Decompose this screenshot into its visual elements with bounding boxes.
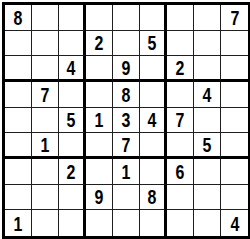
given-digit: 7: [176, 109, 185, 130]
cell-r3c3[interactable]: 4: [59, 56, 86, 82]
given-digit: 2: [67, 161, 76, 182]
cell-r1c9[interactable]: 7: [221, 5, 248, 31]
given-digit: 8: [14, 7, 23, 28]
cell-r5c7[interactable]: 7: [167, 108, 194, 134]
cell-r4c1[interactable]: [5, 82, 32, 108]
cell-r5c9[interactable]: [221, 108, 248, 134]
given-digit: 2: [176, 57, 185, 78]
cell-r2c3[interactable]: [59, 31, 86, 57]
cell-r8c2[interactable]: [32, 185, 59, 211]
cell-r7c3[interactable]: 2: [59, 159, 86, 185]
cell-r4c3[interactable]: [59, 82, 86, 108]
cell-r9c1[interactable]: 1: [5, 210, 32, 236]
cell-r8c3[interactable]: [59, 185, 86, 211]
cell-r1c8[interactable]: [194, 5, 221, 31]
cell-r9c5[interactable]: [113, 210, 140, 236]
cell-r7c5[interactable]: 1: [113, 159, 140, 185]
cell-r7c6[interactable]: [140, 159, 167, 185]
cell-r2c9[interactable]: [221, 31, 248, 57]
cell-r1c2[interactable]: [32, 5, 59, 31]
cell-r7c8[interactable]: [194, 159, 221, 185]
cell-r9c6[interactable]: [140, 210, 167, 236]
cell-r2c7[interactable]: [167, 31, 194, 57]
cell-r8c1[interactable]: [5, 185, 32, 211]
cell-r4c2[interactable]: 7: [32, 82, 59, 108]
cell-r2c1[interactable]: [5, 31, 32, 57]
cell-r7c4[interactable]: [86, 159, 113, 185]
cell-r3c7[interactable]: 2: [167, 56, 194, 82]
cell-r2c6[interactable]: 5: [140, 31, 167, 57]
cell-r3c5[interactable]: 9: [113, 56, 140, 82]
cell-r3c2[interactable]: [32, 56, 59, 82]
cell-r2c2[interactable]: [32, 31, 59, 57]
cell-r5c2[interactable]: [32, 108, 59, 134]
cell-r9c2[interactable]: [32, 210, 59, 236]
given-digit: 1: [122, 161, 131, 182]
cell-r8c7[interactable]: [167, 185, 194, 211]
given-digit: 5: [148, 32, 157, 53]
cell-r1c6[interactable]: [140, 5, 167, 31]
given-digit: 7: [41, 84, 50, 105]
cell-r1c4[interactable]: [86, 5, 113, 31]
cell-r4c5[interactable]: 8: [113, 82, 140, 108]
given-digit: 4: [67, 57, 76, 78]
cell-r1c5[interactable]: [113, 5, 140, 31]
cell-r1c3[interactable]: [59, 5, 86, 31]
cell-r2c5[interactable]: [113, 31, 140, 57]
cell-r4c6[interactable]: [140, 82, 167, 108]
given-digit: 8: [122, 84, 131, 105]
cell-r5c4[interactable]: 1: [86, 108, 113, 134]
cell-r9c8[interactable]: [194, 210, 221, 236]
cell-r4c9[interactable]: [221, 82, 248, 108]
cell-r8c8[interactable]: [194, 185, 221, 211]
given-digit: 2: [95, 32, 104, 53]
given-digit: 3: [122, 109, 131, 130]
cell-r6c7[interactable]: [167, 133, 194, 159]
given-digit: 7: [230, 7, 239, 28]
given-digit: 8: [148, 186, 157, 207]
cell-r9c9[interactable]: 4: [221, 210, 248, 236]
cell-r6c4[interactable]: [86, 133, 113, 159]
cell-r5c5[interactable]: 3: [113, 108, 140, 134]
cell-r8c4[interactable]: 9: [86, 185, 113, 211]
given-digit: 1: [95, 109, 104, 130]
given-digit: 4: [148, 109, 157, 130]
given-digit: 4: [203, 84, 212, 105]
cell-r5c3[interactable]: 5: [59, 108, 86, 134]
cell-r7c9[interactable]: [221, 159, 248, 185]
cell-r6c2[interactable]: 1: [32, 133, 59, 159]
cell-r3c6[interactable]: [140, 56, 167, 82]
sudoku-board: 8725492784513471752169814: [2, 2, 250, 239]
cell-r9c7[interactable]: [167, 210, 194, 236]
cell-r7c1[interactable]: [5, 159, 32, 185]
cell-r4c4[interactable]: [86, 82, 113, 108]
cell-r5c8[interactable]: [194, 108, 221, 134]
cell-r6c6[interactable]: [140, 133, 167, 159]
cell-r8c5[interactable]: [113, 185, 140, 211]
cell-r2c8[interactable]: [194, 31, 221, 57]
cell-r2c4[interactable]: 2: [86, 31, 113, 57]
cell-r6c9[interactable]: [221, 133, 248, 159]
cell-r4c7[interactable]: [167, 82, 194, 108]
cell-r6c5[interactable]: 7: [113, 133, 140, 159]
cell-r3c9[interactable]: [221, 56, 248, 82]
given-digit: 7: [122, 134, 131, 155]
given-digit: 6: [176, 161, 185, 182]
cell-r1c7[interactable]: [167, 5, 194, 31]
given-digit: 9: [95, 186, 104, 207]
cell-r7c2[interactable]: [32, 159, 59, 185]
cell-r4c8[interactable]: 4: [194, 82, 221, 108]
cell-r9c4[interactable]: [86, 210, 113, 236]
cell-r8c9[interactable]: [221, 185, 248, 211]
given-digit: 5: [67, 109, 76, 130]
cell-r6c8[interactable]: 5: [194, 133, 221, 159]
sudoku-screenshot: 8725492784513471752169814: [0, 0, 250, 239]
cell-r9c3[interactable]: [59, 210, 86, 236]
cell-r6c1[interactable]: [5, 133, 32, 159]
given-digit: 4: [230, 213, 239, 234]
cell-r7c7[interactable]: 6: [167, 159, 194, 185]
given-digit: 1: [14, 213, 23, 234]
cell-r5c6[interactable]: 4: [140, 108, 167, 134]
given-digit: 1: [41, 134, 50, 155]
cell-r3c8[interactable]: [194, 56, 221, 82]
given-digit: 9: [122, 57, 131, 78]
cell-r3c4[interactable]: [86, 56, 113, 82]
cell-r3c1[interactable]: [5, 56, 32, 82]
cell-r1c1[interactable]: 8: [5, 5, 32, 31]
given-digit: 5: [203, 134, 212, 155]
cell-r6c3[interactable]: [59, 133, 86, 159]
cell-r5c1[interactable]: [5, 108, 32, 134]
cell-r8c6[interactable]: 8: [140, 185, 167, 211]
